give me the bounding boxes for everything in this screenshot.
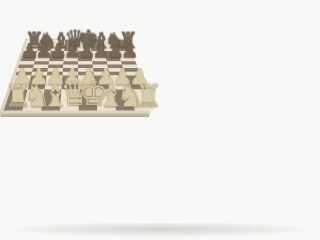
square-b4[interactable] — [32, 68, 48, 72]
square-d4[interactable] — [63, 68, 78, 72]
square-f2[interactable]: ♟ — [94, 76, 112, 90]
chess-board: ♜♞♝♛♚♝♞♜♟♟♟♟♟♟♟♟♟♟♟♟♟♟♟♟♜♞♝♛♚♝♞♜ — [0, 39, 150, 114]
square-b5[interactable] — [33, 64, 49, 68]
square-a4[interactable] — [17, 68, 33, 72]
square-d2[interactable]: ♟ — [61, 76, 78, 90]
square-g5[interactable] — [107, 64, 123, 68]
board-front-edge — [0, 110, 150, 117]
square-e4[interactable] — [78, 68, 93, 72]
piece-black-queen-d8: ♛ — [64, 29, 77, 49]
square-b6[interactable] — [34, 61, 49, 64]
square-e2[interactable]: ♟ — [78, 76, 95, 90]
square-g6[interactable] — [107, 61, 122, 64]
square-c8[interactable]: ♝ — [51, 40, 65, 51]
piece-black-rook-a8: ♜ — [24, 31, 37, 50]
square-c7[interactable]: ♟ — [49, 51, 64, 61]
piece-white-queen-d1: ♛ — [60, 80, 79, 108]
piece-black-rook-h8: ♜ — [118, 31, 131, 50]
square-c4[interactable] — [47, 68, 63, 72]
square-d5[interactable] — [63, 64, 78, 68]
chess-scene: ♜♞♝♛♚♝♞♜♟♟♟♟♟♟♟♟♟♟♟♟♟♟♟♟♜♞♝♛♚♝♞♜ — [0, 0, 150, 130]
square-b1[interactable]: ♞ — [22, 89, 44, 110]
square-c2[interactable]: ♟ — [45, 76, 63, 90]
square-a6[interactable] — [19, 61, 35, 64]
square-e8[interactable]: ♚ — [77, 40, 91, 51]
square-d7[interactable]: ♟ — [63, 51, 77, 61]
square-h7[interactable]: ♟ — [118, 51, 135, 61]
square-h8[interactable]: ♜ — [115, 40, 132, 51]
piece-black-bishop-c8: ♝ — [51, 31, 64, 50]
square-h5[interactable] — [122, 64, 138, 68]
square-e6[interactable] — [78, 61, 93, 64]
square-a2[interactable]: ♟ — [11, 76, 31, 90]
square-h4[interactable] — [123, 68, 139, 72]
square-d6[interactable] — [63, 61, 78, 64]
square-f5[interactable] — [93, 64, 108, 68]
square-f4[interactable] — [93, 68, 109, 72]
square-d1[interactable]: ♛ — [60, 89, 79, 110]
piece-white-king-e1: ♚ — [79, 80, 98, 108]
square-g4[interactable] — [108, 68, 124, 72]
square-c6[interactable] — [49, 61, 64, 64]
piece-black-knight-b8: ♞ — [37, 31, 50, 50]
square-c5[interactable] — [48, 64, 63, 68]
square-h2[interactable]: ♟ — [125, 76, 146, 90]
square-b2[interactable]: ♟ — [28, 76, 47, 90]
square-e5[interactable] — [78, 64, 93, 68]
square-d8[interactable]: ♛ — [64, 40, 77, 51]
square-h1[interactable]: ♜ — [129, 89, 150, 110]
square-c1[interactable]: ♝ — [41, 89, 61, 110]
square-e7[interactable]: ♟ — [78, 51, 93, 61]
square-f6[interactable] — [92, 61, 107, 64]
square-a5[interactable] — [18, 64, 34, 68]
